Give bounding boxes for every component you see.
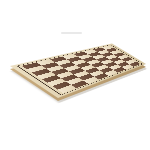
product-photo bbox=[0, 0, 150, 150]
chessboard bbox=[10, 44, 146, 98]
watermark-smudge bbox=[61, 32, 82, 34]
board-frame bbox=[10, 44, 146, 98]
board-grid bbox=[22, 46, 141, 93]
